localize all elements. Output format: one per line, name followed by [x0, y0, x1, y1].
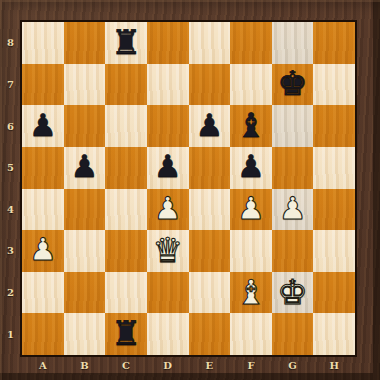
square-h4[interactable] [313, 189, 355, 231]
square-g5[interactable] [272, 147, 314, 189]
file-label-a: A [22, 354, 64, 376]
white-pawn[interactable]: ♟ [29, 234, 57, 265]
square-e1[interactable] [189, 313, 231, 355]
black-pawn[interactable]: ♟ [71, 151, 99, 182]
square-c7[interactable] [105, 64, 147, 106]
black-king[interactable]: ♚ [277, 66, 307, 100]
white-bishop[interactable]: ♝ [236, 275, 266, 309]
black-pawn[interactable]: ♟ [29, 110, 57, 141]
square-h8[interactable] [313, 22, 355, 64]
square-g4[interactable]: ♟ [272, 189, 314, 231]
square-b7[interactable] [64, 64, 106, 106]
square-d3[interactable]: ♛ [147, 230, 189, 272]
square-c5[interactable] [105, 147, 147, 189]
square-c1[interactable]: ♜ [105, 313, 147, 355]
square-g1[interactable] [272, 313, 314, 355]
square-c6[interactable] [105, 105, 147, 147]
square-a1[interactable] [22, 313, 64, 355]
square-e4[interactable] [189, 189, 231, 231]
square-c4[interactable] [105, 189, 147, 231]
square-g7[interactable]: ♚ [272, 64, 314, 106]
square-f6[interactable]: ♝ [230, 105, 272, 147]
square-b4[interactable] [64, 189, 106, 231]
square-g2[interactable]: ♚ [272, 272, 314, 314]
square-e5[interactable] [189, 147, 231, 189]
white-pawn[interactable]: ♟ [154, 193, 182, 224]
chess-app-window: ♜♚♟♟♝♟♟♟♟♟♟♟♛♝♚♜ 87654321ABCDEFGH [0, 0, 380, 380]
square-f8[interactable] [230, 22, 272, 64]
square-h2[interactable] [313, 272, 355, 314]
file-label-f: F [230, 354, 272, 376]
square-h6[interactable] [313, 105, 355, 147]
square-a4[interactable] [22, 189, 64, 231]
square-c3[interactable] [105, 230, 147, 272]
square-f1[interactable] [230, 313, 272, 355]
square-b1[interactable] [64, 313, 106, 355]
square-b5[interactable]: ♟ [64, 147, 106, 189]
square-e7[interactable] [189, 64, 231, 106]
square-g6[interactable] [272, 105, 314, 147]
rank-label-6: 6 [0, 105, 21, 147]
square-d6[interactable] [147, 105, 189, 147]
square-h1[interactable] [313, 313, 355, 355]
file-label-c: C [105, 354, 147, 376]
square-b3[interactable] [64, 230, 106, 272]
square-c2[interactable] [105, 272, 147, 314]
rank-label-1: 1 [0, 313, 21, 355]
square-g3[interactable] [272, 230, 314, 272]
square-f2[interactable]: ♝ [230, 272, 272, 314]
rank-label-2: 2 [0, 272, 21, 314]
square-e3[interactable] [189, 230, 231, 272]
white-king[interactable]: ♚ [277, 275, 307, 309]
square-d1[interactable] [147, 313, 189, 355]
file-label-g: G [272, 354, 314, 376]
square-a7[interactable] [22, 64, 64, 106]
white-queen[interactable]: ♛ [152, 233, 182, 267]
rank-label-7: 7 [0, 64, 21, 106]
square-g8[interactable] [272, 22, 314, 64]
square-a6[interactable]: ♟ [22, 105, 64, 147]
file-label-h: H [313, 354, 355, 376]
square-d2[interactable] [147, 272, 189, 314]
black-pawn[interactable]: ♟ [237, 151, 265, 182]
square-d8[interactable] [147, 22, 189, 64]
square-a2[interactable] [22, 272, 64, 314]
square-f7[interactable] [230, 64, 272, 106]
black-pawn[interactable]: ♟ [195, 110, 223, 141]
square-b6[interactable] [64, 105, 106, 147]
square-a3[interactable]: ♟ [22, 230, 64, 272]
square-b8[interactable] [64, 22, 106, 64]
square-d7[interactable] [147, 64, 189, 106]
black-pawn[interactable]: ♟ [154, 151, 182, 182]
square-a5[interactable] [22, 147, 64, 189]
white-pawn[interactable]: ♟ [237, 193, 265, 224]
rank-label-5: 5 [0, 147, 21, 189]
square-h5[interactable] [313, 147, 355, 189]
square-h3[interactable] [313, 230, 355, 272]
square-f5[interactable]: ♟ [230, 147, 272, 189]
black-rook[interactable]: ♜ [111, 25, 141, 59]
square-f4[interactable]: ♟ [230, 189, 272, 231]
square-h7[interactable] [313, 64, 355, 106]
square-e2[interactable] [189, 272, 231, 314]
rank-label-4: 4 [0, 189, 21, 231]
file-label-b: B [64, 354, 106, 376]
rank-label-8: 8 [0, 22, 21, 64]
square-d4[interactable]: ♟ [147, 189, 189, 231]
square-e6[interactable]: ♟ [189, 105, 231, 147]
black-bishop[interactable]: ♝ [236, 108, 266, 142]
square-b2[interactable] [64, 272, 106, 314]
square-e8[interactable] [189, 22, 231, 64]
rank-label-3: 3 [0, 230, 21, 272]
file-label-d: D [147, 354, 189, 376]
white-pawn[interactable]: ♟ [279, 193, 307, 224]
square-f3[interactable] [230, 230, 272, 272]
chess-board[interactable]: ♜♚♟♟♝♟♟♟♟♟♟♟♛♝♚♜ [22, 22, 355, 355]
file-label-e: E [189, 354, 231, 376]
square-d5[interactable]: ♟ [147, 147, 189, 189]
black-rook[interactable]: ♜ [111, 316, 141, 350]
square-a8[interactable] [22, 22, 64, 64]
square-c8[interactable]: ♜ [105, 22, 147, 64]
